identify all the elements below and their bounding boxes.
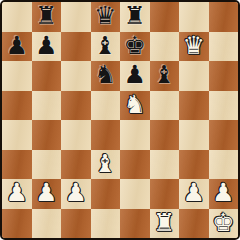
black-bishop: ♝ (94, 33, 116, 58)
square-g8[interactable] (179, 2, 209, 32)
square-d7[interactable]: ♝ (91, 32, 121, 62)
square-a6[interactable] (2, 61, 32, 91)
white-bishop: ♝ (94, 151, 116, 176)
square-b8[interactable]: ♜ (32, 2, 62, 32)
white-king: ♚ (212, 210, 234, 235)
square-h8[interactable] (209, 2, 239, 32)
square-e4[interactable] (120, 120, 150, 150)
chessboard-frame: ♜♛♜♟♟♝♚♛♞♟♝♞♝♟♟♟♟♟♜♚ (0, 0, 240, 240)
square-b3[interactable] (32, 150, 62, 180)
white-knight: ♞ (124, 92, 146, 117)
square-f6[interactable]: ♝ (150, 61, 180, 91)
black-rook: ♜ (35, 3, 57, 28)
square-c1[interactable] (61, 209, 91, 239)
square-g7[interactable]: ♛ (179, 32, 209, 62)
square-a1[interactable] (2, 209, 32, 239)
square-h6[interactable] (209, 61, 239, 91)
square-g5[interactable] (179, 91, 209, 121)
square-b7[interactable]: ♟ (32, 32, 62, 62)
square-f5[interactable] (150, 91, 180, 121)
chess-board: ♜♛♜♟♟♝♚♛♞♟♝♞♝♟♟♟♟♟♜♚ (0, 0, 240, 240)
square-h3[interactable] (209, 150, 239, 180)
square-g4[interactable] (179, 120, 209, 150)
white-rook: ♜ (153, 210, 175, 235)
square-f1[interactable]: ♜ (150, 209, 180, 239)
black-pawn: ♟ (124, 62, 146, 87)
square-d5[interactable] (91, 91, 121, 121)
square-c5[interactable] (61, 91, 91, 121)
black-pawn: ♟ (35, 33, 57, 58)
square-e7[interactable]: ♚ (120, 32, 150, 62)
white-pawn: ♟ (65, 180, 87, 205)
square-e8[interactable]: ♜ (120, 2, 150, 32)
square-c3[interactable] (61, 150, 91, 180)
square-f2[interactable] (150, 179, 180, 209)
white-pawn: ♟ (6, 180, 28, 205)
square-a8[interactable] (2, 2, 32, 32)
white-pawn: ♟ (183, 180, 205, 205)
square-b5[interactable] (32, 91, 62, 121)
square-c7[interactable] (61, 32, 91, 62)
square-f4[interactable] (150, 120, 180, 150)
black-queen: ♛ (94, 3, 116, 28)
square-e2[interactable] (120, 179, 150, 209)
square-g6[interactable] (179, 61, 209, 91)
square-d8[interactable]: ♛ (91, 2, 121, 32)
square-f3[interactable] (150, 150, 180, 180)
square-b4[interactable] (32, 120, 62, 150)
square-c2[interactable]: ♟ (61, 179, 91, 209)
square-a7[interactable]: ♟ (2, 32, 32, 62)
square-g2[interactable]: ♟ (179, 179, 209, 209)
square-c6[interactable] (61, 61, 91, 91)
white-pawn: ♟ (35, 180, 57, 205)
square-b2[interactable]: ♟ (32, 179, 62, 209)
square-e3[interactable] (120, 150, 150, 180)
square-e5[interactable]: ♞ (120, 91, 150, 121)
square-a2[interactable]: ♟ (2, 179, 32, 209)
square-h5[interactable] (209, 91, 239, 121)
square-e1[interactable] (120, 209, 150, 239)
square-h4[interactable] (209, 120, 239, 150)
square-a5[interactable] (2, 91, 32, 121)
square-h7[interactable] (209, 32, 239, 62)
square-g1[interactable] (179, 209, 209, 239)
square-c8[interactable] (61, 2, 91, 32)
black-king: ♚ (124, 33, 146, 58)
white-queen: ♛ (183, 33, 205, 58)
square-b6[interactable] (32, 61, 62, 91)
white-pawn: ♟ (212, 180, 234, 205)
square-d1[interactable] (91, 209, 121, 239)
square-e6[interactable]: ♟ (120, 61, 150, 91)
square-a3[interactable] (2, 150, 32, 180)
square-f8[interactable] (150, 2, 180, 32)
square-d3[interactable]: ♝ (91, 150, 121, 180)
square-d2[interactable] (91, 179, 121, 209)
black-bishop: ♝ (153, 62, 175, 87)
square-h2[interactable]: ♟ (209, 179, 239, 209)
square-g3[interactable] (179, 150, 209, 180)
black-pawn: ♟ (6, 33, 28, 58)
square-b1[interactable] (32, 209, 62, 239)
square-d6[interactable]: ♞ (91, 61, 121, 91)
black-rook: ♜ (124, 3, 146, 28)
square-a4[interactable] (2, 120, 32, 150)
square-c4[interactable] (61, 120, 91, 150)
black-knight: ♞ (94, 62, 116, 87)
square-f7[interactable] (150, 32, 180, 62)
square-d4[interactable] (91, 120, 121, 150)
square-h1[interactable]: ♚ (209, 209, 239, 239)
